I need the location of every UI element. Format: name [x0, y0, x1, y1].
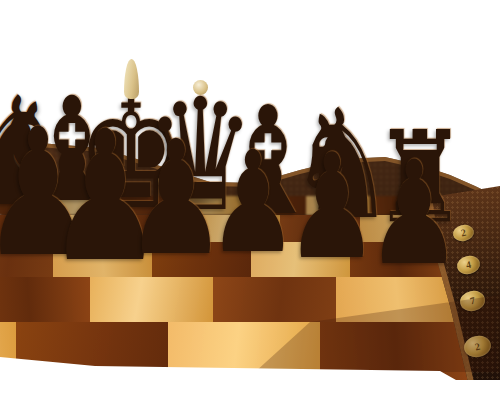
ball-finial	[193, 80, 208, 95]
piece-pawn-c2[interactable]: ♟	[285, 134, 379, 279]
rank-marker-label: 4	[465, 260, 472, 271]
chessboard-photo: 2472 ♞♝♚♛♝♞♜♟♟♟♟♟♟	[0, 0, 500, 400]
piece-pawn-b2[interactable]: ♟	[366, 142, 462, 285]
